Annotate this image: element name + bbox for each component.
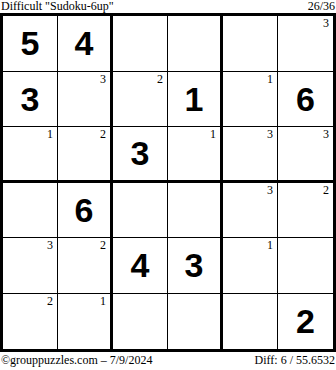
cell-r3c2[interactable]: 2 (58, 127, 113, 183)
given-digit: 6 (296, 82, 315, 116)
cell-r4c3[interactable] (113, 183, 168, 239)
cell-r5c6[interactable] (278, 238, 333, 294)
puzzle-counter: 26/36 (308, 0, 335, 13)
cell-r4c2[interactable]: 6 (58, 183, 113, 239)
cell-r1c5[interactable] (223, 16, 278, 72)
cell-r2c1[interactable]: 3 (3, 72, 58, 128)
given-digit: 1 (185, 82, 204, 116)
cell-r2c3[interactable]: 2 (113, 72, 168, 128)
given-digit: 4 (75, 26, 94, 60)
sudoku-board: 54333211612313363232431212 (0, 13, 336, 352)
cell-r6c5[interactable] (223, 294, 278, 350)
given-digit: 2 (296, 304, 315, 338)
pencil-mark: 3 (100, 73, 106, 85)
cell-r5c5[interactable]: 1 (223, 238, 278, 294)
puzzle-title: Difficult "Sudoku-6up" (1, 0, 114, 13)
cell-r3c6[interactable]: 3 (278, 127, 333, 183)
cell-r3c4[interactable]: 1 (168, 127, 223, 183)
given-digit: 3 (185, 248, 204, 282)
pencil-mark: 3 (323, 128, 329, 140)
cell-r2c5[interactable]: 1 (223, 72, 278, 128)
header: Difficult "Sudoku-6up" 26/36 (0, 0, 336, 13)
cell-r6c2[interactable]: 1 (58, 294, 113, 350)
given-digit: 5 (21, 26, 40, 60)
pencil-mark: 2 (323, 184, 329, 196)
cell-r5c4[interactable]: 3 (168, 238, 223, 294)
given-digit: 4 (131, 248, 150, 282)
pencil-mark: 1 (267, 73, 273, 85)
cell-r1c4[interactable] (168, 16, 223, 72)
cell-r2c2[interactable]: 3 (58, 72, 113, 128)
given-digit: 6 (75, 193, 94, 227)
cell-r4c6[interactable]: 2 (278, 183, 333, 239)
given-digit: 3 (21, 82, 40, 116)
cell-r1c6[interactable]: 3 (278, 16, 333, 72)
footer: ©grouppuzzles.com – 7/9/2024 Diff: 6 / 5… (0, 352, 336, 370)
cell-r6c3[interactable] (113, 294, 168, 350)
cell-r5c2[interactable]: 2 (58, 238, 113, 294)
pencil-mark: 1 (100, 295, 106, 307)
pencil-mark: 1 (47, 128, 53, 140)
cell-r1c1[interactable]: 5 (3, 16, 58, 72)
cell-r6c6[interactable]: 2 (278, 294, 333, 350)
cell-r4c4[interactable] (168, 183, 223, 239)
cell-r1c3[interactable] (113, 16, 168, 72)
cell-r2c4[interactable]: 1 (168, 72, 223, 128)
cell-r5c1[interactable]: 3 (3, 238, 58, 294)
pencil-mark: 2 (157, 73, 163, 85)
pencil-mark: 2 (47, 295, 53, 307)
pencil-mark: 3 (267, 184, 273, 196)
cell-r4c5[interactable]: 3 (223, 183, 278, 239)
puzzle-page: Difficult "Sudoku-6up" 26/36 54333211612… (0, 0, 336, 370)
cell-r3c3[interactable]: 3 (113, 127, 168, 183)
pencil-mark: 3 (267, 128, 273, 140)
cell-r2c6[interactable]: 6 (278, 72, 333, 128)
pencil-mark: 3 (47, 239, 53, 251)
cell-r3c1[interactable]: 1 (3, 127, 58, 183)
cell-r1c2[interactable]: 4 (58, 16, 113, 72)
pencil-mark: 2 (100, 239, 106, 251)
cell-r4c1[interactable] (3, 183, 58, 239)
pencil-mark: 3 (323, 17, 329, 29)
given-digit: 3 (131, 136, 150, 170)
pencil-mark: 2 (100, 128, 106, 140)
cell-r3c5[interactable]: 3 (223, 127, 278, 183)
pencil-mark: 1 (210, 128, 216, 140)
cell-r5c3[interactable]: 4 (113, 238, 168, 294)
difficulty-rating: Diff: 6 / 55.6532 (255, 352, 335, 368)
copyright-date: ©grouppuzzles.com – 7/9/2024 (1, 352, 152, 368)
cell-r6c1[interactable]: 2 (3, 294, 58, 350)
cell-r6c4[interactable] (168, 294, 223, 350)
pencil-mark: 1 (267, 239, 273, 251)
